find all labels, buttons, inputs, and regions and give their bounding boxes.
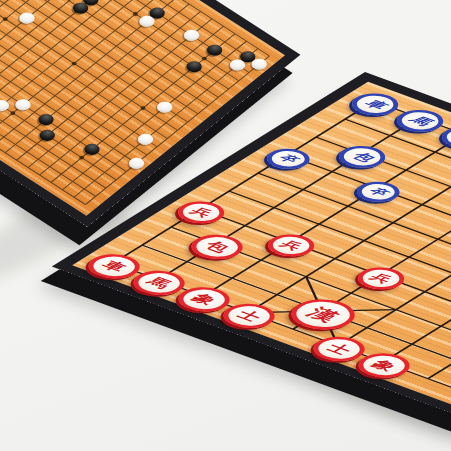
piece-glyph-han-king: 漢 [303,305,342,324]
piece-glyph-guard: 士 [324,342,355,357]
piece-glyph-chariot: 車 [361,98,388,111]
piece-glyph-elephant: 象 [369,358,400,373]
piece-glyph-elephant: 象 [189,292,220,307]
piece-glyph-soldier: 兵 [187,206,214,219]
piece-glyph-guard: 士 [234,309,265,324]
piece-glyph-soldier: 兵 [367,272,394,285]
piece-glyph-soldier: 卒 [366,186,390,197]
product-photo-canvas: 車馬象包卒卒車馬象士士象漢包兵兵兵 [0,0,451,451]
piece-glyph-chariot: 車 [99,259,130,274]
piece-glyph-soldier: 兵 [277,239,304,252]
piece-glyph-cannon: 包 [202,240,233,255]
piece-glyph-horse: 馬 [406,114,433,127]
piece-glyph-cannon: 包 [348,150,375,163]
piece-glyph-soldier: 卒 [276,153,300,164]
piece-glyph-horse: 馬 [144,276,175,291]
